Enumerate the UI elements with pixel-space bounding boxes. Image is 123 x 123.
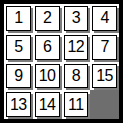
cell-r3c1: 9 [4, 62, 33, 91]
cell-r1c4: 4 [90, 4, 119, 33]
tile-11[interactable]: 11 [64, 92, 89, 117]
tile-10[interactable]: 10 [35, 64, 60, 89]
tile-15[interactable]: 15 [92, 64, 117, 89]
puzzle-board: 123456127910815131411 [0, 0, 123, 123]
tile-7[interactable]: 7 [92, 35, 117, 60]
tile-9[interactable]: 9 [6, 64, 31, 89]
tile-8[interactable]: 8 [64, 64, 89, 89]
tile-13[interactable]: 13 [6, 92, 31, 117]
empty-cell [90, 90, 119, 119]
cell-r3c4: 15 [90, 62, 119, 91]
cell-r3c2: 10 [33, 62, 62, 91]
tile-6[interactable]: 6 [35, 35, 60, 60]
tile-12[interactable]: 12 [64, 35, 89, 60]
cell-r3c3: 8 [62, 62, 91, 91]
cell-r2c4: 7 [90, 33, 119, 62]
tile-5[interactable]: 5 [6, 35, 31, 60]
tile-1[interactable]: 1 [6, 6, 31, 31]
cell-r1c3: 3 [62, 4, 91, 33]
cell-r2c2: 6 [33, 33, 62, 62]
cell-r2c1: 5 [4, 33, 33, 62]
cell-r1c2: 2 [33, 4, 62, 33]
cell-r4c2: 14 [33, 90, 62, 119]
cell-r1c1: 1 [4, 4, 33, 33]
tile-3[interactable]: 3 [64, 6, 89, 31]
cell-r4c1: 13 [4, 90, 33, 119]
tile-14[interactable]: 14 [35, 92, 60, 117]
tile-2[interactable]: 2 [35, 6, 60, 31]
tile-4[interactable]: 4 [92, 6, 117, 31]
cell-r4c3: 11 [62, 90, 91, 119]
cell-r2c3: 12 [62, 33, 91, 62]
